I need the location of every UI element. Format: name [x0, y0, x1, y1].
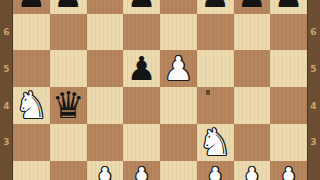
- artifact-speck: [206, 90, 210, 95]
- square-h5[interactable]: [270, 50, 307, 87]
- square-f2[interactable]: ♟: [197, 161, 234, 180]
- square-e3[interactable]: [160, 124, 197, 161]
- rank-label-right-5: 5: [307, 63, 320, 75]
- square-f3[interactable]: ♞: [197, 124, 234, 161]
- rank-label-left-4: 4: [0, 100, 13, 112]
- square-h6[interactable]: [270, 14, 307, 51]
- black-pawn-a7[interactable]: ♟: [17, 0, 47, 12]
- white-pawn-g2[interactable]: ♟: [237, 163, 267, 180]
- square-c3[interactable]: [87, 124, 124, 161]
- square-d4[interactable]: [123, 87, 160, 124]
- square-c2[interactable]: ♟: [87, 161, 124, 180]
- square-f6[interactable]: [197, 14, 234, 51]
- square-b6[interactable]: [50, 14, 87, 51]
- square-c5[interactable]: [87, 50, 124, 87]
- square-a3[interactable]: [13, 124, 50, 161]
- rank-label-right-6: 6: [307, 26, 320, 38]
- square-g3[interactable]: [234, 124, 271, 161]
- board-border-left: 6543: [0, 0, 13, 180]
- square-g4[interactable]: [234, 87, 271, 124]
- square-a6[interactable]: [13, 14, 50, 51]
- square-d7[interactable]: ♟: [123, 0, 160, 14]
- black-pawn-f7[interactable]: ♟: [200, 0, 230, 12]
- square-g6[interactable]: [234, 14, 271, 51]
- white-pawn-c2[interactable]: ♟: [90, 163, 120, 180]
- square-a5[interactable]: [13, 50, 50, 87]
- black-queen-b4[interactable]: ♛: [52, 87, 85, 124]
- white-pawn-d2[interactable]: ♟: [127, 163, 157, 180]
- square-f7[interactable]: ♟: [197, 0, 234, 14]
- square-h7[interactable]: ♟: [270, 0, 307, 14]
- square-f4[interactable]: [197, 87, 234, 124]
- square-h4[interactable]: [270, 87, 307, 124]
- square-b3[interactable]: [50, 124, 87, 161]
- square-d6[interactable]: [123, 14, 160, 51]
- square-d3[interactable]: [123, 124, 160, 161]
- black-pawn-b7[interactable]: ♟: [53, 0, 83, 12]
- square-b2[interactable]: [50, 161, 87, 180]
- rank-label-right-4: 4: [307, 100, 320, 112]
- square-g5[interactable]: [234, 50, 271, 87]
- square-e7[interactable]: [160, 0, 197, 14]
- white-knight-f3[interactable]: ♞: [199, 124, 232, 161]
- square-c4[interactable]: [87, 87, 124, 124]
- white-pawn-e5[interactable]: ♟: [164, 52, 194, 85]
- square-d2[interactable]: ♟: [123, 161, 160, 180]
- square-h3[interactable]: [270, 124, 307, 161]
- rank-label-left-6: 6: [0, 26, 13, 38]
- rank-label-left-3: 3: [0, 136, 13, 148]
- square-f5[interactable]: [197, 50, 234, 87]
- white-pawn-h2[interactable]: ♟: [274, 163, 304, 180]
- rank-label-left-5: 5: [0, 63, 13, 75]
- square-e5[interactable]: ♟: [160, 50, 197, 87]
- rank-label-right-3: 3: [307, 136, 320, 148]
- square-d5[interactable]: ♟: [123, 50, 160, 87]
- square-e6[interactable]: [160, 14, 197, 51]
- black-pawn-g7[interactable]: ♟: [237, 0, 267, 12]
- square-g7[interactable]: ♟: [234, 0, 271, 14]
- black-pawn-h7[interactable]: ♟: [274, 0, 304, 12]
- square-b5[interactable]: [50, 50, 87, 87]
- square-e4[interactable]: [160, 87, 197, 124]
- chess-board-viewport: ♟♟♟♟♟♟♟♟♞♛♞♟♟♟♟♟ 6543 6543: [0, 0, 320, 180]
- black-pawn-d5[interactable]: ♟: [127, 52, 157, 85]
- square-g2[interactable]: ♟: [234, 161, 271, 180]
- black-pawn-d7[interactable]: ♟: [127, 0, 157, 12]
- square-a7[interactable]: ♟: [13, 0, 50, 14]
- square-b7[interactable]: ♟: [50, 0, 87, 14]
- board-border-right: 6543: [307, 0, 320, 180]
- chess-board: ♟♟♟♟♟♟♟♟♞♛♞♟♟♟♟♟: [13, 0, 307, 180]
- white-knight-a4[interactable]: ♞: [15, 87, 48, 124]
- square-h2[interactable]: ♟: [270, 161, 307, 180]
- square-a4[interactable]: ♞: [13, 87, 50, 124]
- square-c7[interactable]: [87, 0, 124, 14]
- square-a2[interactable]: [13, 161, 50, 180]
- square-e2[interactable]: [160, 161, 197, 180]
- square-b4[interactable]: ♛: [50, 87, 87, 124]
- square-c6[interactable]: [87, 14, 124, 51]
- white-pawn-f2[interactable]: ♟: [200, 163, 230, 180]
